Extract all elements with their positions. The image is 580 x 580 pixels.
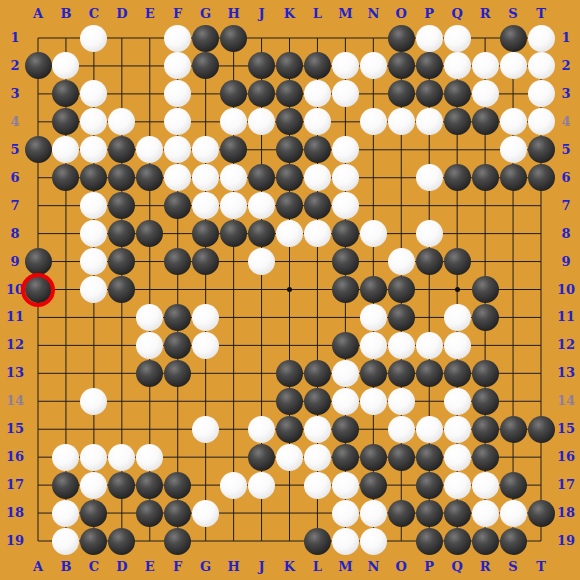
coordinate-label: H [222,6,246,22]
coordinate-label: 8 [3,226,27,242]
coordinate-label: D [110,6,134,22]
black-stone[interactable] [332,416,359,443]
coordinate-label: P [417,559,441,575]
black-stone[interactable] [444,360,471,387]
black-stone[interactable] [472,416,499,443]
white-stone[interactable] [416,220,443,247]
black-stone[interactable] [332,444,359,471]
white-stone[interactable] [304,416,331,443]
black-stone[interactable] [192,25,219,52]
white-stone[interactable] [444,52,471,79]
coordinate-label: B [54,559,78,575]
black-stone[interactable] [304,388,331,415]
white-stone[interactable] [304,444,331,471]
black-stone[interactable] [332,276,359,303]
white-stone[interactable] [248,416,275,443]
coordinate-label: 17 [3,477,27,493]
coordinate-label: J [250,559,274,575]
black-stone[interactable] [388,25,415,52]
coordinate-label: 2 [554,58,578,74]
white-stone[interactable] [472,500,499,527]
white-stone[interactable] [136,332,163,359]
white-stone[interactable] [444,304,471,331]
coordinate-label: 3 [3,86,27,102]
black-stone[interactable] [416,500,443,527]
white-stone[interactable] [332,528,359,555]
coordinate-label: 15 [3,421,27,437]
coordinate-label: 4 [554,114,578,130]
black-stone[interactable] [164,500,191,527]
coordinate-label: 15 [554,421,578,437]
black-stone[interactable] [416,248,443,275]
white-stone[interactable] [136,444,163,471]
white-stone[interactable] [416,25,443,52]
white-stone[interactable] [444,332,471,359]
black-stone[interactable] [220,25,247,52]
coordinate-label: 6 [554,170,578,186]
coordinate-label: K [278,6,302,22]
black-stone[interactable] [416,52,443,79]
coordinate-label: 16 [554,449,578,465]
black-stone[interactable] [164,472,191,499]
black-stone[interactable] [248,444,275,471]
white-stone[interactable] [80,25,107,52]
white-stone[interactable] [220,472,247,499]
coordinate-label: 5 [554,142,578,158]
black-stone[interactable] [472,304,499,331]
coordinate-label: B [54,6,78,22]
coordinate-label: K [278,559,302,575]
black-stone[interactable] [192,248,219,275]
black-stone[interactable] [136,360,163,387]
white-stone[interactable] [360,332,387,359]
white-stone[interactable] [472,52,499,79]
black-stone[interactable] [388,304,415,331]
black-stone[interactable] [360,360,387,387]
coordinate-label: J [250,6,274,22]
black-stone[interactable] [528,164,555,191]
black-stone[interactable] [25,52,52,79]
white-stone[interactable] [80,444,107,471]
coordinate-label: F [166,6,190,22]
black-stone[interactable] [528,500,555,527]
white-stone[interactable] [360,388,387,415]
black-stone[interactable] [276,416,303,443]
black-stone[interactable] [248,220,275,247]
black-stone[interactable] [136,500,163,527]
coordinate-label: 9 [3,254,27,270]
coordinate-label: 8 [554,226,578,242]
black-stone[interactable] [388,80,415,107]
white-stone[interactable] [248,472,275,499]
black-stone[interactable] [500,472,527,499]
black-stone[interactable] [136,472,163,499]
star-point [287,287,292,292]
black-stone[interactable] [164,360,191,387]
coordinate-label: 6 [3,170,27,186]
white-stone[interactable] [304,472,331,499]
coordinate-label: O [389,559,413,575]
coordinate-label: C [82,559,106,575]
coordinate-label: M [333,559,357,575]
white-stone[interactable] [276,220,303,247]
black-stone[interactable] [416,528,443,555]
white-stone[interactable] [52,500,79,527]
coordinate-label: 13 [554,365,578,381]
black-stone[interactable] [472,276,499,303]
coordinate-label: Q [445,6,469,22]
black-stone[interactable] [444,108,471,135]
coordinate-label: S [501,6,525,22]
coordinate-label: 7 [554,198,578,214]
coordinate-label: 11 [554,309,578,325]
white-stone[interactable] [136,304,163,331]
black-stone[interactable] [444,528,471,555]
black-stone[interactable] [500,416,527,443]
black-stone[interactable] [388,276,415,303]
black-stone[interactable] [416,472,443,499]
black-stone[interactable] [444,248,471,275]
white-stone[interactable] [332,360,359,387]
black-stone[interactable] [388,52,415,79]
white-stone[interactable] [416,332,443,359]
coordinate-label: 11 [3,309,27,325]
coordinate-label: 16 [3,449,27,465]
white-stone[interactable] [444,472,471,499]
black-stone[interactable] [472,108,499,135]
black-stone[interactable] [332,248,359,275]
white-stone[interactable] [332,192,359,219]
coordinate-label: 17 [554,477,578,493]
white-stone[interactable] [444,388,471,415]
white-stone[interactable] [500,108,527,135]
coordinate-label: 18 [554,505,578,521]
coordinate-label: 13 [3,365,27,381]
white-stone[interactable] [388,332,415,359]
coordinate-label: 2 [3,58,27,74]
coordinate-label: T [529,6,553,22]
white-stone[interactable] [416,108,443,135]
black-stone[interactable] [444,164,471,191]
white-stone[interactable] [360,528,387,555]
black-stone[interactable] [304,360,331,387]
black-stone[interactable] [388,360,415,387]
black-stone[interactable] [276,360,303,387]
black-stone[interactable] [164,332,191,359]
coordinate-label: R [473,6,497,22]
black-stone[interactable] [472,528,499,555]
white-stone[interactable] [304,164,331,191]
white-stone[interactable] [332,472,359,499]
coordinate-label: A [26,559,50,575]
coordinate-label: P [417,6,441,22]
coordinate-label: G [194,6,218,22]
coordinate-label: 19 [554,533,578,549]
black-stone[interactable] [500,164,527,191]
coordinate-label: L [305,559,329,575]
black-stone[interactable] [304,528,331,555]
black-stone[interactable] [416,444,443,471]
black-stone[interactable] [444,500,471,527]
coordinate-label: 9 [554,254,578,270]
white-stone[interactable] [108,444,135,471]
white-stone[interactable] [192,500,219,527]
coordinate-label: 12 [3,337,27,353]
white-stone[interactable] [248,192,275,219]
coordinate-label: H [222,559,246,575]
white-stone[interactable] [360,108,387,135]
coordinate-label: 18 [3,505,27,521]
white-stone[interactable] [472,472,499,499]
black-stone[interactable] [416,360,443,387]
coordinate-label: 5 [3,142,27,158]
coordinate-label: 7 [3,198,27,214]
black-stone[interactable] [108,528,135,555]
black-stone[interactable] [332,220,359,247]
white-stone[interactable] [500,52,527,79]
white-stone[interactable] [192,416,219,443]
coordinate-label: 12 [554,337,578,353]
white-stone[interactable] [444,416,471,443]
last-move-marker [21,273,55,307]
white-stone[interactable] [52,528,79,555]
white-stone[interactable] [444,444,471,471]
coordinate-label: 14 [3,393,27,409]
white-stone[interactable] [388,108,415,135]
coordinate-label: S [501,559,525,575]
coordinate-label: R [473,559,497,575]
coordinate-label: E [138,559,162,575]
coordinate-label: 1 [3,30,27,46]
white-stone[interactable] [528,80,555,107]
black-stone[interactable] [80,500,107,527]
black-stone[interactable] [360,472,387,499]
black-stone[interactable] [80,528,107,555]
coordinate-label: 14 [554,393,578,409]
white-stone[interactable] [444,25,471,52]
white-stone[interactable] [332,136,359,163]
white-stone[interactable] [416,164,443,191]
black-stone[interactable] [108,472,135,499]
black-stone[interactable] [500,25,527,52]
white-stone[interactable] [332,164,359,191]
white-stone[interactable] [360,304,387,331]
black-stone[interactable] [388,500,415,527]
white-stone[interactable] [332,500,359,527]
coordinate-label: M [333,6,357,22]
white-stone[interactable] [388,416,415,443]
coordinate-label: N [361,559,385,575]
white-stone[interactable] [192,332,219,359]
white-stone[interactable] [192,304,219,331]
coordinate-label: G [194,559,218,575]
black-stone[interactable] [472,164,499,191]
coordinate-label: F [166,559,190,575]
white-stone[interactable] [360,220,387,247]
black-stone[interactable] [444,80,471,107]
coordinate-label: 10 [554,282,578,298]
black-stone[interactable] [472,444,499,471]
black-stone[interactable] [164,304,191,331]
white-stone[interactable] [304,220,331,247]
black-stone[interactable] [276,192,303,219]
coordinate-label: E [138,6,162,22]
white-stone[interactable] [388,388,415,415]
white-stone[interactable] [80,472,107,499]
white-stone[interactable] [332,388,359,415]
coordinate-label: 1 [554,30,578,46]
black-stone[interactable] [500,528,527,555]
coordinate-label: 4 [3,114,27,130]
white-stone[interactable] [472,80,499,107]
black-stone[interactable] [52,472,79,499]
white-stone[interactable] [528,108,555,135]
black-stone[interactable] [360,444,387,471]
white-stone[interactable] [276,444,303,471]
coordinate-label: L [305,6,329,22]
white-stone[interactable] [388,248,415,275]
black-stone[interactable] [332,332,359,359]
black-stone[interactable] [472,360,499,387]
black-stone[interactable] [304,192,331,219]
go-board[interactable]: AA11BB22CC33DD44EE55FF66GG77HH88JJ99KK10… [0,0,580,580]
black-stone[interactable] [472,388,499,415]
black-stone[interactable] [388,444,415,471]
white-stone[interactable] [500,500,527,527]
coordinate-label: O [389,6,413,22]
black-stone[interactable] [360,276,387,303]
white-stone[interactable] [248,248,275,275]
coordinate-label: 3 [554,86,578,102]
coordinate-label: Q [445,559,469,575]
coordinate-label: 19 [3,533,27,549]
coordinate-label: D [110,559,134,575]
white-stone[interactable] [164,25,191,52]
white-stone[interactable] [528,25,555,52]
black-stone[interactable] [528,136,555,163]
black-stone[interactable] [416,80,443,107]
black-stone[interactable] [25,248,52,275]
white-stone[interactable] [80,388,107,415]
white-stone[interactable] [52,444,79,471]
coordinate-label: T [529,559,553,575]
star-point [455,287,460,292]
white-stone[interactable] [528,52,555,79]
coordinate-label: C [82,6,106,22]
black-stone[interactable] [276,388,303,415]
coordinate-label: A [26,6,50,22]
black-stone[interactable] [528,416,555,443]
coordinate-label: N [361,6,385,22]
white-stone[interactable] [416,416,443,443]
black-stone[interactable] [304,136,331,163]
white-stone[interactable] [500,136,527,163]
black-stone[interactable] [164,528,191,555]
black-stone[interactable] [25,136,52,163]
white-stone[interactable] [360,500,387,527]
